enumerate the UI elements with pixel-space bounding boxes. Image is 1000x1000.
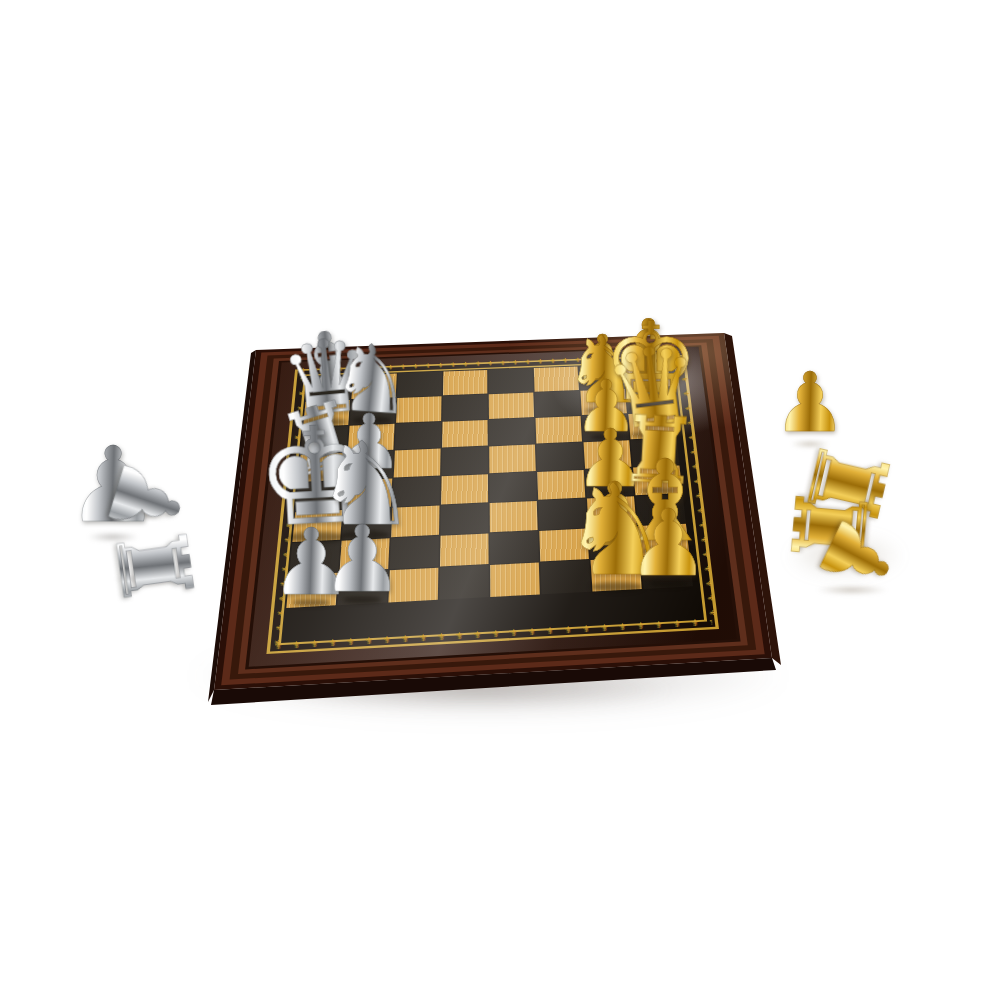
off-board-pieces-layer: ♟♟♜♟♜♜♟ [0,0,1000,1000]
offboard-piece-silver-rook-lying: ♜ [99,517,206,616]
piece-b1-silver-pawn: ♟ [321,514,403,606]
piece-h1-gold-pawn: ♟ [627,498,709,590]
product-photo-scene: ⚜ ⚜ ⚜ ⚜ ⚜ ⚜ ⚜ ⚜ ⚜ ⚜ ⚜ ⚜ ⚜ ⚜ ⚜ ⚜ ⚜ ⚜ ⚜ ⚜ … [0,0,1000,1000]
